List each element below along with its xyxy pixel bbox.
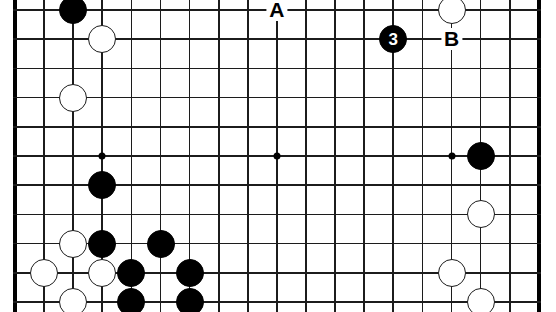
black-stone bbox=[88, 171, 116, 199]
white-stone bbox=[59, 288, 87, 312]
star-point bbox=[99, 153, 106, 160]
point-label-b: B bbox=[441, 28, 462, 50]
white-stone bbox=[438, 259, 466, 287]
white-stone bbox=[30, 259, 58, 287]
white-stone bbox=[467, 288, 495, 312]
grid-line-horizontal bbox=[13, 68, 541, 70]
move-number: 3 bbox=[389, 31, 398, 48]
black-stone bbox=[176, 288, 204, 312]
white-stone bbox=[59, 84, 87, 112]
star-point bbox=[448, 153, 455, 160]
go-diagram: 3AB bbox=[0, 0, 556, 312]
black-stone bbox=[59, 0, 87, 24]
black-stone bbox=[117, 288, 145, 312]
white-stone bbox=[88, 25, 116, 53]
grid-line-horizontal bbox=[13, 126, 541, 128]
black-stone bbox=[117, 259, 145, 287]
grid-line-horizontal bbox=[13, 301, 541, 303]
grid-line-horizontal bbox=[13, 97, 541, 99]
white-stone bbox=[467, 200, 495, 228]
black-stone bbox=[467, 142, 495, 170]
black-stone bbox=[147, 230, 175, 258]
white-stone bbox=[438, 0, 466, 24]
white-stone bbox=[59, 230, 87, 258]
black-stone bbox=[176, 259, 204, 287]
black-stone-move-3: 3 bbox=[379, 25, 407, 53]
star-point bbox=[273, 153, 280, 160]
white-stone bbox=[88, 259, 116, 287]
go-board: 3AB bbox=[0, 0, 556, 312]
black-stone bbox=[88, 230, 116, 258]
point-label-a: A bbox=[266, 0, 287, 21]
grid-line-horizontal bbox=[13, 214, 541, 216]
